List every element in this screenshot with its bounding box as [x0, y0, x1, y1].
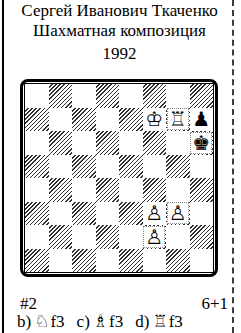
square-g8	[166, 84, 190, 108]
square-f7: ♔	[143, 108, 167, 132]
square-g1	[166, 249, 190, 273]
white-rook-icon: ♖	[152, 312, 167, 331]
square-h3	[190, 202, 214, 226]
square-e6	[119, 131, 143, 155]
square-f3: ♙	[143, 202, 167, 226]
chess-board: ♔♖♟♚♙♙♙	[20, 79, 218, 277]
square-f4	[143, 178, 167, 202]
square-b8	[49, 84, 73, 108]
author-name: Сергей Иванович Ткаченко	[6, 1, 233, 21]
piece-black-pawn-h7: ♟	[191, 109, 212, 130]
piece-white-pawn-f3: ♙	[144, 203, 165, 224]
twin-label: d)	[135, 312, 149, 331]
square-a2	[25, 225, 49, 249]
composition-type: Шахматная композиция	[6, 21, 233, 41]
twin-square: f3	[50, 312, 64, 331]
square-e5	[119, 155, 143, 179]
square-d1	[96, 249, 120, 273]
square-c7	[72, 108, 96, 132]
square-h6: ♚	[190, 131, 214, 155]
piece-white-rook-g7: ♖	[167, 108, 189, 130]
square-b2	[49, 225, 73, 249]
caption-row: #2 6+1	[20, 295, 228, 313]
square-d4	[96, 178, 120, 202]
square-a7	[25, 108, 49, 132]
square-g7: ♖	[166, 108, 190, 132]
twin-d: d)♖f3	[135, 312, 183, 331]
square-c4	[72, 178, 96, 202]
square-a4	[25, 178, 49, 202]
square-h1	[190, 249, 214, 273]
twin-label: b)	[17, 312, 31, 331]
square-d8	[96, 84, 120, 108]
square-f1	[143, 249, 167, 273]
chess-board-grid: ♔♖♟♚♙♙♙	[24, 83, 214, 273]
square-h4	[190, 178, 214, 202]
square-a6	[25, 131, 49, 155]
square-g3: ♙	[166, 202, 190, 226]
piece-white-pawn-g3: ♙	[167, 202, 189, 224]
square-f8	[143, 84, 167, 108]
square-e3	[119, 202, 143, 226]
square-e2	[119, 225, 143, 249]
square-g4	[166, 178, 190, 202]
twin-b: b)♘f3	[17, 312, 65, 331]
square-f6	[143, 131, 167, 155]
twin-c: c)♗f3	[77, 312, 124, 331]
square-a5	[25, 155, 49, 179]
twin-label: c)	[77, 312, 90, 331]
square-g6	[166, 131, 190, 155]
square-c8	[72, 84, 96, 108]
square-d3	[96, 202, 120, 226]
square-d2	[96, 225, 120, 249]
composition-header: Сергей Иванович Ткаченко Шахматная компо…	[6, 1, 233, 64]
square-h8	[190, 84, 214, 108]
piece-black-king-h6: ♚	[190, 132, 212, 154]
square-d5	[96, 155, 120, 179]
square-e4	[119, 178, 143, 202]
twin-square: f3	[169, 312, 183, 331]
square-f5	[143, 155, 167, 179]
square-e8	[119, 84, 143, 108]
twins-row: b)♘f3c)♗f3d)♖f3	[17, 312, 229, 331]
material-count: 6+1	[201, 295, 228, 313]
white-knight-icon: ♘	[34, 312, 49, 331]
square-g2	[166, 225, 190, 249]
composition-year: 1992	[6, 44, 233, 64]
piece-white-king-f7: ♔	[144, 109, 165, 130]
square-c2	[72, 225, 96, 249]
square-f2: ♙	[143, 225, 167, 249]
square-b3	[49, 202, 73, 226]
square-e1	[119, 249, 143, 273]
square-g5	[166, 155, 190, 179]
square-a8	[25, 84, 49, 108]
square-h5	[190, 155, 214, 179]
square-a1	[25, 249, 49, 273]
square-d7	[96, 108, 120, 132]
square-c6	[72, 131, 96, 155]
white-bishop-icon: ♗	[93, 312, 108, 331]
square-b4	[49, 178, 73, 202]
square-c3	[72, 202, 96, 226]
square-b1	[49, 249, 73, 273]
square-b7	[49, 108, 73, 132]
square-c5	[72, 155, 96, 179]
twin-square: f3	[109, 312, 123, 331]
square-c1	[72, 249, 96, 273]
square-a3	[25, 202, 49, 226]
square-d6	[96, 131, 120, 155]
left-border-line	[2, 0, 4, 333]
square-b5	[49, 155, 73, 179]
square-e7	[119, 108, 143, 132]
square-h2	[190, 225, 214, 249]
piece-white-pawn-f2: ♙	[143, 226, 165, 248]
square-h7: ♟	[190, 108, 214, 132]
square-b6	[49, 131, 73, 155]
